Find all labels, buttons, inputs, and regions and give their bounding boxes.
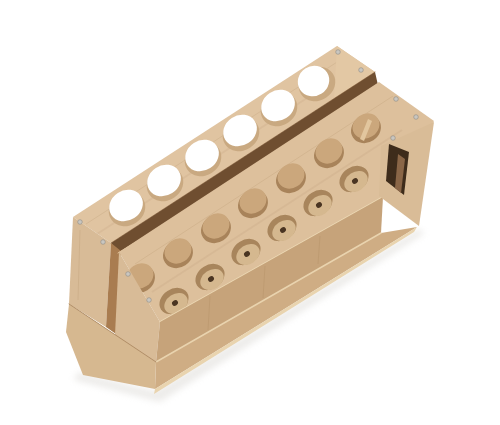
product-photo-page	[0, 0, 500, 425]
metal-pin	[359, 68, 364, 73]
metal-pin	[391, 136, 396, 141]
metal-pin	[336, 50, 341, 55]
metal-pin	[126, 272, 131, 277]
metal-pin	[414, 115, 419, 120]
metal-pin	[394, 97, 399, 102]
wooden-rack-photo	[0, 0, 500, 425]
metal-pin	[101, 240, 106, 245]
metal-pin	[78, 220, 83, 225]
metal-pin	[147, 298, 152, 303]
